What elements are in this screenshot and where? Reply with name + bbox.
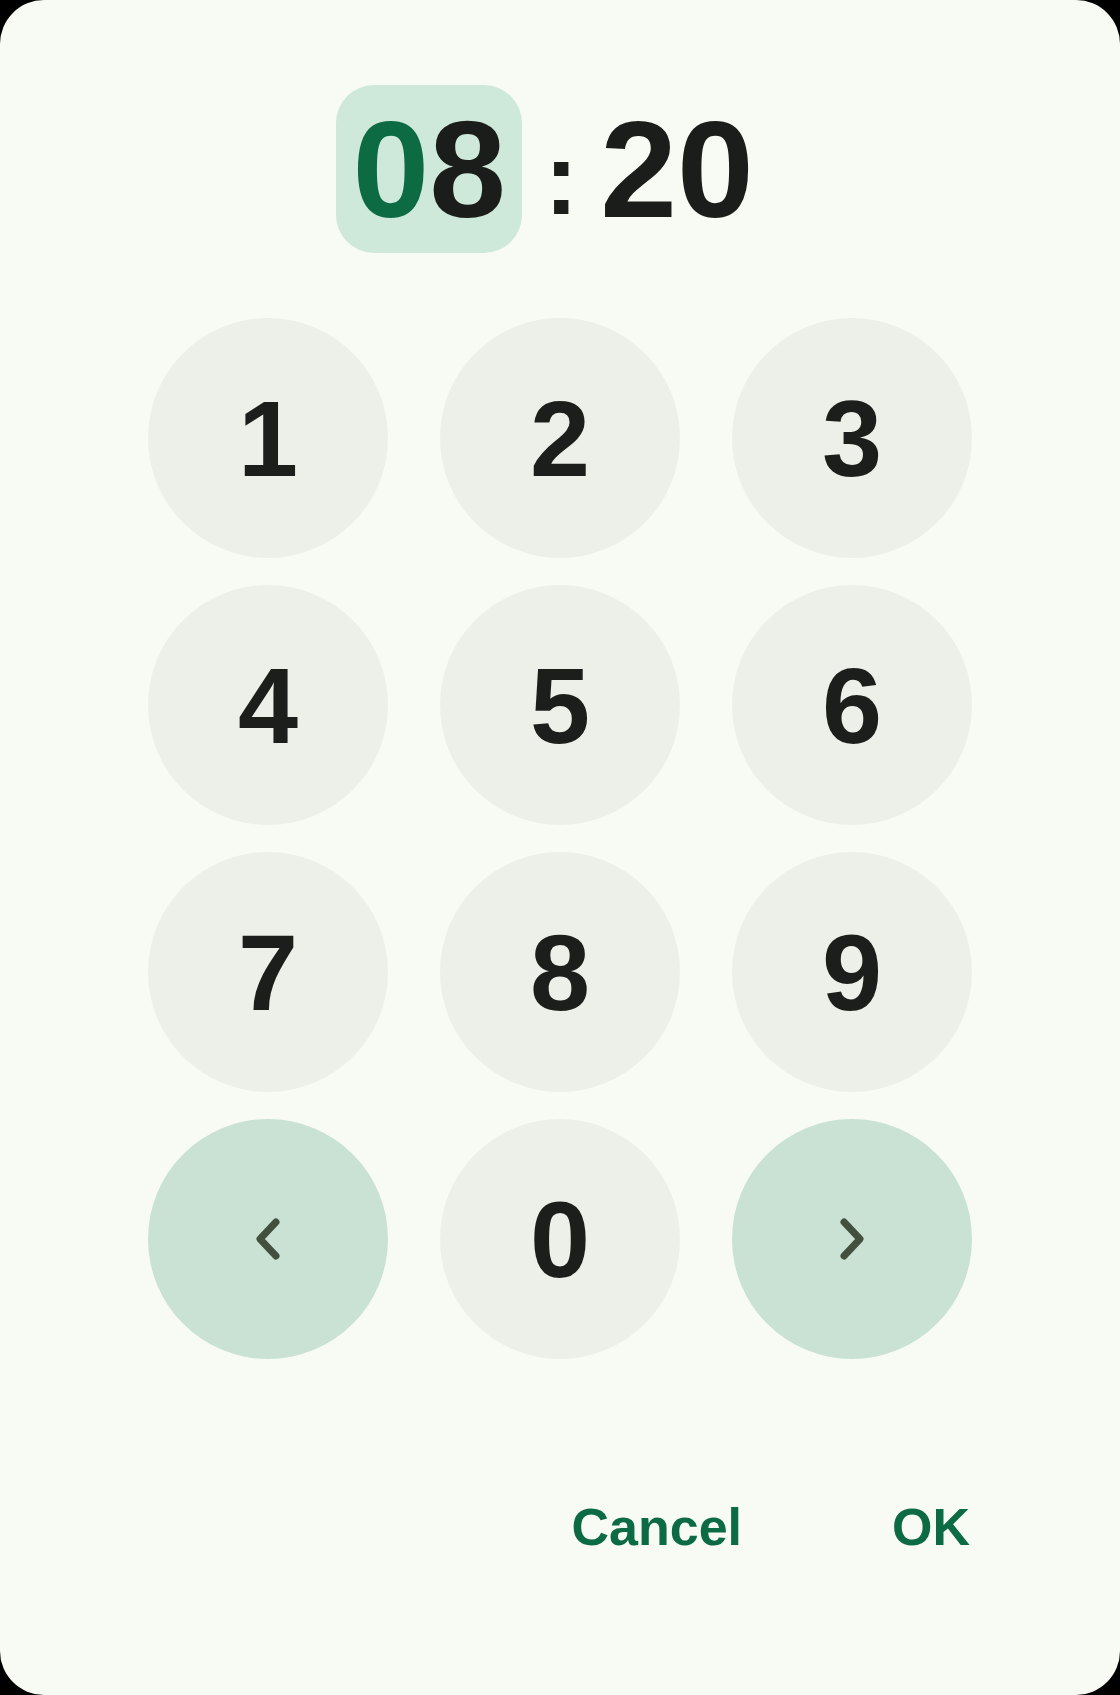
time-separator: : (544, 128, 578, 230)
key-7[interactable]: 7 (148, 852, 388, 1092)
hour-field[interactable]: 0 8 (336, 85, 522, 253)
chevron-right-button[interactable] (732, 1119, 972, 1359)
chevron-left-button[interactable] (148, 1119, 388, 1359)
key-0[interactable]: 0 (440, 1119, 680, 1359)
key-4[interactable]: 4 (148, 585, 388, 825)
chevron-right-icon (838, 1217, 866, 1261)
key-5[interactable]: 5 (440, 585, 680, 825)
cancel-button[interactable]: Cancel (571, 1501, 742, 1553)
hour-digit-2: 8 (429, 100, 506, 238)
key-8[interactable]: 8 (440, 852, 680, 1092)
key-3[interactable]: 3 (732, 318, 972, 558)
keypad: 1 2 3 4 5 6 7 8 9 0 (148, 318, 972, 1359)
ok-button[interactable]: OK (892, 1501, 970, 1553)
key-1[interactable]: 1 (148, 318, 388, 558)
hour-digit-1: 0 (353, 100, 430, 238)
key-6[interactable]: 6 (732, 585, 972, 825)
time-picker-dialog: 0 8 : 20 1 2 3 4 5 6 7 8 9 0 Cancel OK (0, 0, 1120, 1695)
chevron-left-icon (254, 1217, 282, 1261)
time-display: 0 8 : 20 (0, 85, 1105, 253)
minute-field[interactable]: 20 (600, 100, 754, 238)
key-9[interactable]: 9 (732, 852, 972, 1092)
action-buttons: Cancel OK (0, 1501, 1120, 1553)
key-2[interactable]: 2 (440, 318, 680, 558)
